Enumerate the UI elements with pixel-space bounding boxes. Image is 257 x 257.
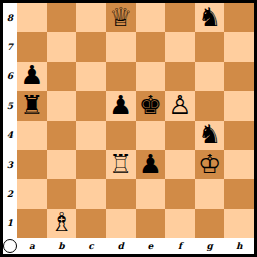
square-c5[interactable]: [76, 91, 106, 120]
white-queen-d8: ♕: [109, 4, 132, 30]
square-a1[interactable]: [17, 209, 47, 238]
square-c2[interactable]: [76, 179, 106, 208]
square-e8[interactable]: [136, 3, 166, 32]
square-b7[interactable]: [47, 32, 77, 61]
square-b5[interactable]: [47, 91, 77, 120]
square-e1[interactable]: [136, 209, 166, 238]
square-d6[interactable]: [106, 62, 136, 91]
square-f6[interactable]: [165, 62, 195, 91]
file-label-f: f: [165, 238, 195, 254]
square-a7[interactable]: [17, 32, 47, 61]
square-b6[interactable]: [47, 62, 77, 91]
square-c7[interactable]: [76, 32, 106, 61]
square-e4[interactable]: [136, 121, 166, 150]
black-pawn-d5: ♟: [109, 92, 132, 118]
square-f8[interactable]: [165, 3, 195, 32]
square-e7[interactable]: [136, 32, 166, 61]
square-e2[interactable]: [136, 179, 166, 208]
black-king-e5: ♚: [139, 92, 162, 118]
square-f7[interactable]: [165, 32, 195, 61]
square-c8[interactable]: [76, 3, 106, 32]
square-d8[interactable]: ♕: [106, 3, 136, 32]
rank-label-4: 4: [3, 121, 17, 150]
square-b3[interactable]: [47, 150, 77, 179]
square-e6[interactable]: [136, 62, 166, 91]
rank-label-6: 6: [3, 62, 17, 91]
square-b2[interactable]: [47, 179, 77, 208]
square-c1[interactable]: [76, 209, 106, 238]
square-a5[interactable]: ♜: [17, 91, 47, 120]
chess-diagram: 8♕♞76♟5♜♟♚♙4♞3♖♟♔21♗abcdefgh: [0, 0, 257, 257]
corner-cell: [3, 238, 17, 254]
square-f5[interactable]: ♙: [165, 91, 195, 120]
square-h2[interactable]: [224, 179, 254, 208]
black-knight-g4: ♞: [198, 121, 221, 147]
square-d3[interactable]: ♖: [106, 150, 136, 179]
square-c3[interactable]: [76, 150, 106, 179]
square-g1[interactable]: [195, 209, 225, 238]
square-a3[interactable]: [17, 150, 47, 179]
square-a6[interactable]: ♟: [17, 62, 47, 91]
square-b1[interactable]: ♗: [47, 209, 77, 238]
white-king-g3: ♔: [198, 151, 221, 177]
square-e3[interactable]: ♟: [136, 150, 166, 179]
file-label-g: g: [195, 238, 225, 254]
white-bishop-b1: ♗: [50, 209, 73, 235]
square-d4[interactable]: [106, 121, 136, 150]
square-h5[interactable]: [224, 91, 254, 120]
square-a4[interactable]: [17, 121, 47, 150]
black-pawn-e3: ♟: [139, 151, 162, 177]
rank-label-1: 1: [3, 209, 17, 238]
square-g2[interactable]: [195, 179, 225, 208]
rank-label-3: 3: [3, 150, 17, 179]
black-rook-a5: ♜: [20, 92, 43, 118]
square-h1[interactable]: [224, 209, 254, 238]
square-h6[interactable]: [224, 62, 254, 91]
black-knight-g8: ♞: [198, 4, 221, 30]
square-e5[interactable]: ♚: [136, 91, 166, 120]
rank-label-8: 8: [3, 3, 17, 32]
square-g3[interactable]: ♔: [195, 150, 225, 179]
white-rook-d3: ♖: [109, 151, 132, 177]
square-d1[interactable]: [106, 209, 136, 238]
rank-label-5: 5: [3, 91, 17, 120]
rank-label-7: 7: [3, 32, 17, 61]
file-label-a: a: [17, 238, 47, 254]
square-a8[interactable]: [17, 3, 47, 32]
square-b8[interactable]: [47, 3, 77, 32]
square-h4[interactable]: [224, 121, 254, 150]
white-to-move-indicator-icon: [3, 239, 17, 253]
square-f1[interactable]: [165, 209, 195, 238]
square-b4[interactable]: [47, 121, 77, 150]
square-f4[interactable]: [165, 121, 195, 150]
file-label-c: c: [76, 238, 106, 254]
square-f3[interactable]: [165, 150, 195, 179]
square-g4[interactable]: ♞: [195, 121, 225, 150]
file-label-e: e: [136, 238, 166, 254]
file-label-d: d: [106, 238, 136, 254]
square-g6[interactable]: [195, 62, 225, 91]
square-f2[interactable]: [165, 179, 195, 208]
rank-label-2: 2: [3, 179, 17, 208]
square-g8[interactable]: ♞: [195, 3, 225, 32]
square-h8[interactable]: [224, 3, 254, 32]
square-g5[interactable]: [195, 91, 225, 120]
square-d2[interactable]: [106, 179, 136, 208]
file-label-b: b: [47, 238, 77, 254]
square-g7[interactable]: [195, 32, 225, 61]
square-d7[interactable]: [106, 32, 136, 61]
square-h3[interactable]: [224, 150, 254, 179]
square-a2[interactable]: [17, 179, 47, 208]
square-c6[interactable]: [76, 62, 106, 91]
black-pawn-a6: ♟: [20, 62, 43, 88]
square-h7[interactable]: [224, 32, 254, 61]
chess-board: 8♕♞76♟5♜♟♚♙4♞3♖♟♔21♗abcdefgh: [3, 3, 254, 254]
file-label-h: h: [224, 238, 254, 254]
square-d5[interactable]: ♟: [106, 91, 136, 120]
square-c4[interactable]: [76, 121, 106, 150]
white-pawn-f5: ♙: [168, 92, 191, 118]
